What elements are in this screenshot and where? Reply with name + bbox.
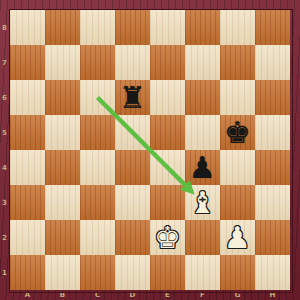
square-e2[interactable]: ♚ <box>150 220 185 255</box>
square-h6[interactable] <box>255 80 290 115</box>
square-d5[interactable] <box>115 115 150 150</box>
square-d6[interactable]: ♜ <box>115 80 150 115</box>
square-a8[interactable] <box>10 10 45 45</box>
square-b2[interactable] <box>45 220 80 255</box>
square-h2[interactable] <box>255 220 290 255</box>
square-f4[interactable]: ♟ <box>185 150 220 185</box>
rank-labels: 87654321 <box>0 10 9 290</box>
rank-label-7: 7 <box>0 45 9 80</box>
square-a7[interactable] <box>10 45 45 80</box>
chess-board: ♜♚♟♝♚♟ <box>9 9 293 293</box>
square-h5[interactable] <box>255 115 290 150</box>
square-a4[interactable] <box>10 150 45 185</box>
square-f8[interactable] <box>185 10 220 45</box>
rank-label-4: 4 <box>0 150 9 185</box>
rank-label-5: 5 <box>0 115 9 150</box>
square-b8[interactable] <box>45 10 80 45</box>
square-e7[interactable] <box>150 45 185 80</box>
square-a5[interactable] <box>10 115 45 150</box>
square-b3[interactable] <box>45 185 80 220</box>
square-g8[interactable] <box>220 10 255 45</box>
square-a3[interactable] <box>10 185 45 220</box>
black-pawn-f4[interactable]: ♟ <box>185 150 220 185</box>
white-bishop-f3[interactable]: ♝ <box>185 185 220 220</box>
square-b4[interactable] <box>45 150 80 185</box>
square-b5[interactable] <box>45 115 80 150</box>
square-g1[interactable] <box>220 255 255 290</box>
chess-board-window: 87654321 ABCDEFGH ♜♚♟♝♚♟ <box>0 0 300 300</box>
square-c5[interactable] <box>80 115 115 150</box>
square-h8[interactable] <box>255 10 290 45</box>
square-d2[interactable] <box>115 220 150 255</box>
rank-label-6: 6 <box>0 80 9 115</box>
square-a2[interactable] <box>10 220 45 255</box>
square-c2[interactable] <box>80 220 115 255</box>
square-d1[interactable] <box>115 255 150 290</box>
square-h4[interactable] <box>255 150 290 185</box>
square-c8[interactable] <box>80 10 115 45</box>
square-g4[interactable] <box>220 150 255 185</box>
square-e6[interactable] <box>150 80 185 115</box>
square-e4[interactable] <box>150 150 185 185</box>
square-h1[interactable] <box>255 255 290 290</box>
square-f2[interactable] <box>185 220 220 255</box>
square-d7[interactable] <box>115 45 150 80</box>
square-e5[interactable] <box>150 115 185 150</box>
square-b7[interactable] <box>45 45 80 80</box>
square-e3[interactable] <box>150 185 185 220</box>
square-f6[interactable] <box>185 80 220 115</box>
square-c1[interactable] <box>80 255 115 290</box>
square-d8[interactable] <box>115 10 150 45</box>
square-f1[interactable] <box>185 255 220 290</box>
square-g6[interactable] <box>220 80 255 115</box>
square-h7[interactable] <box>255 45 290 80</box>
square-g3[interactable] <box>220 185 255 220</box>
white-pawn-g2[interactable]: ♟ <box>220 220 255 255</box>
rank-label-8: 8 <box>0 10 9 45</box>
square-h3[interactable] <box>255 185 290 220</box>
white-king-e2[interactable]: ♚ <box>150 220 185 255</box>
square-f3[interactable]: ♝ <box>185 185 220 220</box>
square-g5[interactable]: ♚ <box>220 115 255 150</box>
square-g7[interactable] <box>220 45 255 80</box>
square-b1[interactable] <box>45 255 80 290</box>
square-c6[interactable] <box>80 80 115 115</box>
black-king-g5[interactable]: ♚ <box>220 115 255 150</box>
square-f7[interactable] <box>185 45 220 80</box>
square-e8[interactable] <box>150 10 185 45</box>
square-d4[interactable] <box>115 150 150 185</box>
rank-label-1: 1 <box>0 255 9 290</box>
rank-label-2: 2 <box>0 220 9 255</box>
square-c3[interactable] <box>80 185 115 220</box>
square-f5[interactable] <box>185 115 220 150</box>
square-d3[interactable] <box>115 185 150 220</box>
square-a6[interactable] <box>10 80 45 115</box>
rank-label-3: 3 <box>0 185 9 220</box>
square-e1[interactable] <box>150 255 185 290</box>
black-rook-d6[interactable]: ♜ <box>115 80 150 115</box>
square-c7[interactable] <box>80 45 115 80</box>
square-b6[interactable] <box>45 80 80 115</box>
square-g2[interactable]: ♟ <box>220 220 255 255</box>
square-c4[interactable] <box>80 150 115 185</box>
square-a1[interactable] <box>10 255 45 290</box>
